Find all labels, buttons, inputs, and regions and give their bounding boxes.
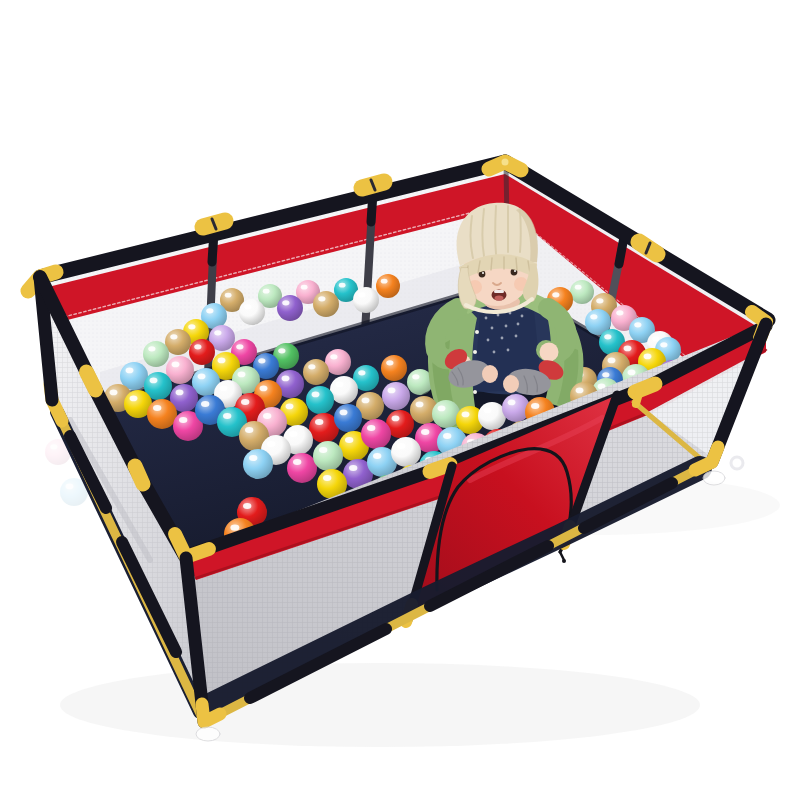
play-ball	[361, 419, 391, 449]
play-ball	[313, 291, 339, 317]
play-ball	[303, 359, 329, 385]
play-ball	[306, 386, 334, 414]
play-ball	[277, 295, 303, 321]
playpen-product-photo: Large rectangular baby playpen with yell…	[0, 0, 800, 800]
play-ball	[478, 402, 506, 430]
suction-foot-front	[196, 727, 220, 741]
play-ball	[313, 441, 343, 471]
play-ball	[382, 382, 410, 410]
play-ball	[334, 404, 362, 432]
play-ball	[239, 299, 265, 325]
play-ball	[353, 287, 379, 313]
suction-foot-right	[703, 471, 725, 485]
play-ball	[147, 399, 177, 429]
play-ball	[243, 449, 273, 479]
play-ball	[143, 341, 169, 367]
play-ball	[287, 453, 317, 483]
play-ball	[330, 376, 358, 404]
play-ball	[189, 339, 215, 365]
play-ball	[376, 274, 400, 298]
baby-right-hand	[540, 343, 559, 362]
play-ball	[381, 355, 407, 381]
play-ball	[391, 437, 421, 467]
playpen-scene	[0, 0, 800, 800]
baby-head	[457, 203, 539, 312]
play-ball	[432, 400, 460, 428]
play-ball	[165, 329, 191, 355]
play-ball	[570, 280, 594, 304]
